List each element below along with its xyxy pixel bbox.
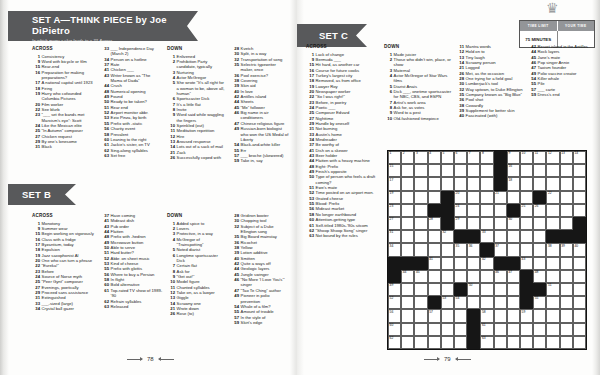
grid-cell[interactable] (414, 217, 427, 230)
grid-cell[interactable] (441, 283, 454, 296)
grid-cell[interactable]: 39 (560, 243, 573, 256)
cell-number: 37 (495, 245, 499, 249)
page-gutter (290, 0, 304, 375)
cell-number: 27 (390, 218, 394, 222)
grid-cell[interactable] (467, 204, 480, 217)
clue: 61Top-rated TV show of 1989-'90 (101, 288, 163, 299)
grid-cell[interactable] (573, 204, 586, 217)
grid-cell[interactable] (454, 177, 467, 190)
grid-cell[interactable] (467, 217, 480, 230)
grid-cell[interactable] (441, 164, 454, 177)
grid-cell[interactable] (401, 243, 414, 256)
crossword-grid: 1234567891011121314151617181920212223242… (387, 150, 587, 350)
grid-cell[interactable] (507, 283, 520, 296)
clue: 2Prohibition Party candidate, typically (167, 59, 227, 70)
grid-cell[interactable] (573, 257, 586, 270)
grid-cell[interactable] (414, 191, 427, 204)
grid-cell[interactable]: 3 (414, 151, 427, 164)
grid-cell[interactable] (480, 270, 493, 283)
cell-number: 38 (548, 245, 552, 249)
cell-number: 20 (456, 192, 460, 196)
grid-cell[interactable] (546, 177, 559, 190)
grid-cell[interactable] (560, 204, 573, 217)
set-b-down-column-1: DOWN1Added spice to2Lovers3Protective, i… (167, 213, 227, 317)
grid-cell[interactable] (480, 177, 493, 190)
grid-cell[interactable]: 42 (480, 257, 493, 270)
grid-cell[interactable] (494, 336, 507, 349)
clue: 59Skirt's edge (231, 320, 289, 325)
grid-cell[interactable]: 7 (467, 151, 480, 164)
grid-cell[interactable] (467, 191, 480, 204)
set-a-ribbon: SET A—THINK PIECE by Joe DiPietro In whi… (8, 11, 198, 41)
grid-cell[interactable] (533, 177, 546, 190)
grid-cell[interactable]: 30 (507, 217, 520, 230)
grid-cell[interactable] (414, 296, 427, 309)
grid-cell[interactable] (414, 336, 427, 349)
grid-cell[interactable]: 15 (388, 164, 401, 177)
clue: 10Old-fashioned timepiece (384, 116, 453, 121)
black-cell (467, 230, 480, 243)
grid-cell[interactable] (546, 204, 559, 217)
grid-cell[interactable] (573, 296, 586, 309)
cell-number: 54 (456, 297, 460, 301)
cell-number: 22 (548, 192, 552, 196)
grid-cell[interactable]: 59 (520, 309, 533, 322)
cell-number: 60 (390, 324, 394, 328)
cell-number: 45 (416, 271, 420, 275)
grid-cell[interactable] (454, 323, 467, 336)
grid-cell[interactable]: 27 (388, 217, 401, 230)
grid-cell[interactable]: 38 (546, 243, 559, 256)
grid-cell[interactable]: 10 (520, 151, 533, 164)
grid-cell[interactable]: 8 (480, 151, 493, 164)
grid-cell[interactable] (441, 177, 454, 190)
grid-cell[interactable] (428, 177, 441, 190)
cell-number: 47 (508, 271, 512, 275)
black-cell (494, 151, 507, 164)
black-cell (573, 230, 586, 243)
grid-cell[interactable] (454, 336, 467, 349)
clue: 5She wrote “It's all right for a woman t… (167, 80, 227, 96)
cell-number: 6 (456, 152, 458, 156)
grid-cell[interactable] (454, 257, 467, 270)
black-cell (494, 164, 507, 177)
cell-number: 1 (390, 152, 392, 156)
clue: 4McGregor of “Trainspotting” (167, 237, 227, 248)
grid-cell[interactable] (467, 257, 480, 270)
grid-cell[interactable]: 61 (480, 323, 493, 336)
grid-cell[interactable] (520, 323, 533, 336)
grid-cell[interactable] (401, 309, 414, 322)
grid-cell[interactable] (414, 230, 427, 243)
black-cell (533, 283, 546, 296)
grid-cell[interactable] (560, 257, 573, 270)
grid-cell[interactable]: 5 (441, 151, 454, 164)
grid-cell[interactable] (401, 217, 414, 230)
clue: 19Harry who cofounded Columbia Pictures (32, 91, 95, 102)
grid-cell[interactable]: 16 (507, 164, 520, 177)
grid-cell[interactable] (546, 309, 559, 322)
grid-cell[interactable] (467, 296, 480, 309)
grid-cell[interactable] (573, 270, 586, 283)
grid-cell[interactable]: 24 (454, 204, 467, 217)
grid-cell[interactable]: 43 (520, 257, 533, 270)
grid-cell[interactable]: 60 (388, 323, 401, 336)
grid-cell[interactable] (507, 323, 520, 336)
grid-cell[interactable] (401, 336, 414, 349)
grid-cell[interactable]: 26 (533, 204, 546, 217)
grid-cell[interactable] (560, 283, 573, 296)
grid-cell[interactable]: 52 (388, 296, 401, 309)
grid-cell[interactable]: 53 (441, 296, 454, 309)
grid-cell[interactable]: 57 (428, 309, 441, 322)
grid-cell[interactable]: 32 (441, 230, 454, 243)
clue: 63Not bound by the rules (306, 233, 380, 238)
set-a-down-column-2: 28Kvetch30Split, in a way32Transportatio… (231, 46, 289, 164)
grid-cell[interactable]: 63 (480, 336, 493, 349)
grid-cell[interactable] (573, 283, 586, 296)
cell-number: 24 (456, 205, 460, 209)
cell-number: 9 (508, 152, 510, 156)
clue: 34Crystal ball gazer (32, 306, 95, 311)
grid-cell[interactable] (533, 257, 546, 270)
grid-cell[interactable] (414, 243, 427, 256)
set-b-across-column-1: ACROSS1Monotony9Summer wear15Begin worki… (32, 213, 95, 311)
cell-number: 30 (508, 218, 512, 222)
grid-cell[interactable]: 48 (533, 270, 546, 283)
grid-cell[interactable]: 25 (520, 204, 533, 217)
grid-cell[interactable]: 55 (533, 296, 546, 309)
grid-cell[interactable] (520, 230, 533, 243)
grid-cell[interactable] (533, 243, 546, 256)
grid-cell[interactable] (454, 309, 467, 322)
grid-cell[interactable] (560, 164, 573, 177)
grid-cell[interactable] (520, 217, 533, 230)
black-cell (494, 257, 507, 270)
cell-number: 12 (548, 152, 552, 156)
grid-cell[interactable]: 18 (507, 177, 520, 190)
grid-cell[interactable] (546, 164, 559, 177)
grid-cell[interactable] (573, 164, 586, 177)
grid-cell[interactable] (507, 309, 520, 322)
cell-number: 14 (574, 152, 578, 156)
clue: 40Fascinated (with) (456, 113, 525, 118)
grid-cell[interactable] (507, 243, 520, 256)
black-cell (454, 283, 467, 296)
grid-cell[interactable] (401, 283, 414, 296)
cell-number: 62 (390, 337, 394, 341)
grid-cell[interactable] (507, 296, 520, 309)
grid-cell[interactable] (546, 217, 559, 230)
grid-cell[interactable] (480, 283, 493, 296)
grid-cell[interactable]: 45 (414, 270, 427, 283)
grid-cell[interactable] (414, 309, 427, 322)
grid-cell[interactable]: 36 (467, 243, 480, 256)
grid-cell[interactable] (533, 309, 546, 322)
grid-cell[interactable]: 50 (467, 283, 480, 296)
grid-cell[interactable] (454, 270, 467, 283)
grid-cell[interactable] (507, 336, 520, 349)
grid-cell[interactable]: 21 (494, 191, 507, 204)
grid-cell[interactable]: 17 (388, 177, 401, 190)
cell-number: 7 (469, 152, 471, 156)
grid-cell[interactable] (414, 164, 427, 177)
cell-number: 40 (574, 245, 578, 249)
clue: 33___ Independence Day (March 2) (101, 46, 163, 57)
grid-cell[interactable]: 29 (454, 217, 467, 230)
grid-cell[interactable] (546, 336, 559, 349)
grid-cell[interactable] (546, 323, 559, 336)
grid-cell[interactable] (494, 296, 507, 309)
grid-cell[interactable] (428, 336, 441, 349)
grid-cell[interactable] (546, 270, 559, 283)
grid-cell[interactable]: 31 (388, 230, 401, 243)
grid-cell[interactable] (560, 270, 573, 283)
grid-cell[interactable] (573, 309, 586, 322)
cell-number: 8 (482, 152, 484, 156)
grid-cell[interactable]: 51 (546, 283, 559, 296)
grid-cell[interactable] (533, 230, 546, 243)
clue-list-header: ACROSS (32, 46, 95, 51)
grid-cell[interactable] (428, 164, 441, 177)
right-page-number-row: 79 (424, 356, 471, 362)
black-cell (388, 257, 401, 270)
left-arrow-rule-icon (127, 359, 142, 360)
clue: 59Take in, say (231, 158, 289, 163)
grid-cell[interactable]: 33 (480, 230, 493, 243)
grid-cell[interactable] (573, 323, 586, 336)
set-a-down-column-1: DOWN1Enlivened2Prohibition Party candida… (167, 46, 227, 160)
grid-cell[interactable] (401, 204, 414, 217)
grid-cell[interactable] (480, 217, 493, 230)
grid-cell[interactable] (428, 323, 441, 336)
grid-cell[interactable] (441, 309, 454, 322)
grid-cell[interactable]: 54 (454, 296, 467, 309)
grid-cell[interactable] (467, 164, 480, 177)
black-cell (441, 191, 454, 204)
set-c-down-column-3: 42Resort island in the Antilles44Rock la… (528, 44, 593, 97)
grid-cell[interactable] (401, 191, 414, 204)
grid-cell[interactable] (520, 177, 533, 190)
grid-cell[interactable] (401, 177, 414, 190)
grid-cell[interactable]: 9 (507, 151, 520, 164)
grid-cell[interactable] (560, 296, 573, 309)
black-cell (560, 230, 573, 243)
grid-cell[interactable]: 23 (388, 204, 401, 217)
clue-list-header: DOWN (167, 46, 227, 51)
grid-cell[interactable] (494, 323, 507, 336)
cell-number: 49 (390, 284, 394, 288)
grid-cell[interactable]: 22 (546, 191, 559, 204)
grid-cell[interactable] (441, 323, 454, 336)
grid-cell[interactable] (414, 323, 427, 336)
cell-number: 57 (429, 311, 433, 315)
clue: 26Rose (to) (167, 311, 227, 316)
set-b-across-column-2: 37Have coming41Mideast dish43Pub order44… (101, 213, 163, 309)
grid-cell[interactable] (520, 243, 533, 256)
grid-cell[interactable] (454, 164, 467, 177)
grid-cell[interactable] (494, 204, 507, 217)
clue: 4Actor McGregor of Star Wars films (384, 73, 453, 84)
grid-cell[interactable]: 11 (533, 151, 546, 164)
grid-cell[interactable] (414, 204, 427, 217)
grid-cell[interactable]: 13 (560, 151, 573, 164)
set-c-title: SET C (319, 30, 348, 41)
grid-cell[interactable] (494, 283, 507, 296)
clue: 6Longtime sportscaster Dick (167, 253, 227, 264)
black-cell (533, 191, 546, 204)
clue: 49Russian-born biologist who won the US … (231, 126, 289, 142)
grid-cell[interactable] (560, 336, 573, 349)
grid-cell[interactable]: 41 (428, 257, 441, 270)
crown-icon: ♛ (546, 0, 559, 16)
grid-cell[interactable] (480, 296, 493, 309)
grid-cell[interactable]: 34 (388, 243, 401, 256)
clue: 50Type of person who feels a draft comin… (306, 174, 380, 185)
grid-cell[interactable]: 56 (388, 309, 401, 322)
grid-cell[interactable]: 40 (573, 243, 586, 256)
grid-cell[interactable]: 35 (454, 243, 467, 256)
cell-number: 23 (390, 205, 394, 209)
cell-number: 59 (522, 311, 526, 315)
grid-cell[interactable] (414, 283, 427, 296)
black-cell (467, 336, 480, 349)
time-box-header: TIME LIMIT YOUR TIME (520, 21, 594, 31)
cell-number: 55 (535, 297, 539, 301)
cell-number: 52 (390, 297, 394, 301)
grid-cell[interactable] (428, 283, 441, 296)
grid-cell[interactable] (560, 191, 573, 204)
grid-cell[interactable]: 28 (428, 217, 441, 230)
grid-cell[interactable] (560, 217, 573, 230)
grid-cell[interactable] (480, 204, 493, 217)
grid-cell[interactable] (560, 309, 573, 322)
cell-number: 39 (561, 245, 565, 249)
grid-cell[interactable] (494, 230, 507, 243)
grid-cell[interactable] (507, 191, 520, 204)
grid-cell[interactable] (428, 191, 441, 204)
grid-cell[interactable] (441, 243, 454, 256)
cell-number: 2 (403, 152, 405, 156)
grid-cell[interactable] (560, 177, 573, 190)
grid-cell[interactable] (520, 191, 533, 204)
black-cell (428, 204, 441, 217)
grid-cell[interactable]: 44 (401, 270, 414, 283)
grid-cell[interactable] (533, 217, 546, 230)
black-cell (480, 243, 493, 256)
black-cell (494, 177, 507, 190)
cell-number: 16 (508, 165, 512, 169)
grid-cell[interactable] (494, 309, 507, 322)
grid-cell[interactable]: 46 (494, 270, 507, 283)
clue-list-header: ACROSS (32, 213, 95, 218)
grid-cell[interactable]: 2 (401, 151, 414, 164)
cell-number: 13 (561, 152, 565, 156)
cell-number: 42 (482, 258, 486, 262)
cell-number: 50 (469, 284, 473, 288)
set-c-down-column-1: DOWN1Made juicier2Those who didn't win, … (384, 44, 453, 121)
clue: 16Preparation for making preparations? (32, 70, 95, 81)
grid-cell[interactable] (401, 230, 414, 243)
grid-cell[interactable] (401, 323, 414, 336)
set-a-across-column-2: 33___ Independence Day (March 2)34Person… (101, 46, 163, 158)
left-arrow-rule-icon (424, 359, 439, 360)
grid-cell[interactable]: 37 (494, 243, 507, 256)
set-a-note: In which many a clue leads to a 22-Acros… (32, 38, 198, 43)
grid-cell[interactable]: 20 (454, 191, 467, 204)
cell-number: 31 (390, 231, 394, 235)
grid-cell[interactable]: 1 (388, 151, 401, 164)
grid-cell[interactable] (441, 336, 454, 349)
grid-cell[interactable] (520, 164, 533, 177)
cell-number: 41 (429, 258, 433, 262)
grid-cell[interactable] (441, 270, 454, 283)
grid-cell[interactable] (546, 296, 559, 309)
grid-cell[interactable] (428, 243, 441, 256)
grid-cell[interactable] (546, 257, 559, 270)
clue: 49Pioneer in polio prevention (231, 293, 289, 304)
grid-cell[interactable] (494, 217, 507, 230)
grid-cell[interactable] (520, 336, 533, 349)
clue: 46“No More 'I Love You's'” singer (231, 277, 289, 288)
grid-cell[interactable] (480, 191, 493, 204)
set-b-down-column-2: 28Gridiron booter30Chopping tool32Subjec… (231, 213, 289, 325)
grid-cell[interactable]: 4 (428, 151, 441, 164)
grid-cell[interactable] (441, 257, 454, 270)
grid-cell[interactable] (560, 323, 573, 336)
grid-cell[interactable]: 47 (507, 270, 520, 283)
grid-cell[interactable]: 12 (546, 151, 559, 164)
grid-cell[interactable]: 49 (388, 283, 401, 296)
cell-number: 29 (456, 218, 460, 222)
grid-cell[interactable] (428, 270, 441, 283)
cell-number: 56 (390, 311, 394, 315)
grid-cell[interactable] (507, 230, 520, 243)
cell-number: 11 (535, 152, 538, 156)
clue: 23“___ set the bands met Marxism's eye”:… (32, 112, 95, 123)
right-page-edge (592, 0, 600, 375)
grid-cell[interactable]: 14 (573, 151, 586, 164)
grid-cell[interactable]: 58 (480, 309, 493, 322)
grid-cell[interactable] (401, 164, 414, 177)
set-a-across-column-1: ACROSS1Consistency9Word with bicycle or … (32, 46, 95, 150)
grid-cell[interactable] (533, 336, 546, 349)
grid-cell[interactable] (414, 177, 427, 190)
grid-cell[interactable]: 6 (454, 151, 467, 164)
clue: 6Dick ___, onetime sportscaster for NBC,… (384, 89, 453, 100)
grid-cell[interactable]: 19 (388, 191, 401, 204)
cell-number: 5 (442, 152, 444, 156)
grid-cell[interactable] (533, 323, 546, 336)
set-c-down-column-2: 11Mantra words12Hold on to13Tiny laugh14… (456, 44, 525, 119)
grid-cell[interactable] (428, 230, 441, 243)
grid-cell[interactable] (573, 191, 586, 204)
cell-number: 19 (390, 192, 394, 196)
grid-cell[interactable] (573, 177, 586, 190)
grid-cell[interactable] (533, 164, 546, 177)
cell-number: 63 (482, 337, 486, 341)
right-page-number: 79 (444, 356, 451, 362)
grid-cell[interactable] (480, 164, 493, 177)
grid-cell[interactable] (467, 270, 480, 283)
grid-cell[interactable]: 62 (388, 336, 401, 349)
black-cell (388, 270, 401, 283)
cell-number: 15 (390, 165, 394, 169)
grid-cell[interactable] (573, 336, 586, 349)
your-time-label: YOUR TIME (558, 21, 595, 31)
grid-cell[interactable] (467, 177, 480, 190)
grid-cell[interactable] (401, 296, 414, 309)
